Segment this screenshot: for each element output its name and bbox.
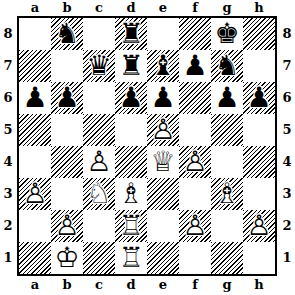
square-c3[interactable]: ♞♘ bbox=[83, 178, 115, 210]
square-g7[interactable]: ♞♞ bbox=[211, 50, 243, 82]
square-f2[interactable]: ♟♙ bbox=[179, 210, 211, 242]
piece-glyph: ♛ bbox=[83, 50, 115, 82]
square-g3[interactable]: ♝♗ bbox=[211, 178, 243, 210]
white-king-b1[interactable]: ♚♔ bbox=[51, 242, 83, 274]
square-g5[interactable] bbox=[211, 114, 243, 146]
black-bishop-e7[interactable]: ♝♝ bbox=[147, 50, 179, 82]
file-labels-bottom: abcdefgh bbox=[19, 277, 275, 295]
square-h8[interactable] bbox=[243, 18, 275, 50]
piece-glyph: ♟ bbox=[243, 82, 275, 114]
square-g4[interactable] bbox=[211, 146, 243, 178]
white-pawn-h2[interactable]: ♟♙ bbox=[243, 210, 275, 242]
square-h2[interactable]: ♟♙ bbox=[243, 210, 275, 242]
square-b6[interactable]: ♟♟ bbox=[51, 82, 83, 114]
white-pawn-b2[interactable]: ♟♙ bbox=[51, 210, 83, 242]
square-c4[interactable]: ♟♙ bbox=[83, 146, 115, 178]
file-label: b bbox=[51, 0, 83, 15]
white-pawn-f4[interactable]: ♟♙ bbox=[179, 146, 211, 178]
square-e3[interactable] bbox=[147, 178, 179, 210]
square-c1[interactable] bbox=[83, 242, 115, 274]
square-d3[interactable]: ♝♗ bbox=[115, 178, 147, 210]
black-pawn-e6[interactable]: ♟♟ bbox=[147, 82, 179, 114]
square-b2[interactable]: ♟♙ bbox=[51, 210, 83, 242]
square-g2[interactable] bbox=[211, 210, 243, 242]
square-d7[interactable]: ♜♜ bbox=[115, 50, 147, 82]
piece-glyph: ♙ bbox=[19, 178, 51, 210]
square-a3[interactable]: ♟♙ bbox=[19, 178, 51, 210]
square-a2[interactable] bbox=[19, 210, 51, 242]
file-label: g bbox=[211, 0, 243, 15]
square-b7[interactable] bbox=[51, 50, 83, 82]
square-a1[interactable] bbox=[19, 242, 51, 274]
white-pawn-e5[interactable]: ♟♙ bbox=[147, 114, 179, 146]
black-queen-c7[interactable]: ♛♛ bbox=[83, 50, 115, 82]
square-c5[interactable] bbox=[83, 114, 115, 146]
rank-label: 6 bbox=[0, 82, 16, 114]
piece-glyph: ♞ bbox=[51, 18, 83, 50]
piece-glyph: ♞ bbox=[211, 50, 243, 82]
piece-glyph: ♟ bbox=[211, 82, 243, 114]
square-h6[interactable]: ♟♟ bbox=[243, 82, 275, 114]
file-label: c bbox=[83, 0, 115, 15]
square-c6[interactable] bbox=[83, 82, 115, 114]
square-a5[interactable] bbox=[19, 114, 51, 146]
file-label: e bbox=[147, 0, 179, 15]
square-b3[interactable] bbox=[51, 178, 83, 210]
rank-label: 5 bbox=[0, 114, 16, 146]
rank-label: 7 bbox=[0, 50, 16, 82]
square-c8[interactable] bbox=[83, 18, 115, 50]
rank-label: 5 bbox=[279, 114, 295, 146]
square-h7[interactable] bbox=[243, 50, 275, 82]
piece-glyph: ♟ bbox=[147, 82, 179, 114]
square-f5[interactable] bbox=[179, 114, 211, 146]
square-c7[interactable]: ♛♛ bbox=[83, 50, 115, 82]
piece-glyph: ♙ bbox=[51, 210, 83, 242]
black-pawn-a6[interactable]: ♟♟ bbox=[19, 82, 51, 114]
square-d8[interactable]: ♜♜ bbox=[115, 18, 147, 50]
black-knight-b8[interactable]: ♞♞ bbox=[51, 18, 83, 50]
square-f3[interactable] bbox=[179, 178, 211, 210]
white-bishop-d3[interactable]: ♝♗ bbox=[115, 178, 147, 210]
white-knight-c3[interactable]: ♞♘ bbox=[83, 178, 115, 210]
square-a7[interactable] bbox=[19, 50, 51, 82]
square-f8[interactable] bbox=[179, 18, 211, 50]
rank-label: 3 bbox=[279, 178, 295, 210]
square-g6[interactable]: ♟♟ bbox=[211, 82, 243, 114]
piece-glyph: ♟ bbox=[19, 82, 51, 114]
piece-glyph: ♜ bbox=[115, 18, 147, 50]
white-pawn-f2[interactable]: ♟♙ bbox=[179, 210, 211, 242]
piece-glyph: ♔ bbox=[51, 242, 83, 274]
square-h1[interactable] bbox=[243, 242, 275, 274]
file-label: h bbox=[243, 0, 275, 15]
piece-glyph: ♗ bbox=[211, 178, 243, 210]
square-a4[interactable] bbox=[19, 146, 51, 178]
piece-glyph: ♙ bbox=[243, 210, 275, 242]
file-label: g bbox=[211, 277, 243, 295]
square-a6[interactable]: ♟♟ bbox=[19, 82, 51, 114]
file-label: a bbox=[19, 277, 51, 295]
file-label: e bbox=[147, 277, 179, 295]
rank-label: 7 bbox=[279, 50, 295, 82]
rank-label: 1 bbox=[279, 242, 295, 274]
piece-glyph: ♖ bbox=[115, 210, 147, 242]
piece-glyph: ♚ bbox=[211, 18, 243, 50]
rank-label: 8 bbox=[279, 18, 295, 50]
square-b5[interactable] bbox=[51, 114, 83, 146]
square-e6[interactable]: ♟♟ bbox=[147, 82, 179, 114]
rank-label: 2 bbox=[0, 210, 16, 242]
piece-glyph: ♟ bbox=[115, 82, 147, 114]
square-h4[interactable] bbox=[243, 146, 275, 178]
file-labels-top: abcdefgh bbox=[19, 0, 275, 15]
square-d5[interactable] bbox=[115, 114, 147, 146]
piece-glyph: ♙ bbox=[83, 146, 115, 178]
square-d6[interactable]: ♟♟ bbox=[115, 82, 147, 114]
black-rook-d8[interactable]: ♜♜ bbox=[115, 18, 147, 50]
white-pawn-c4[interactable]: ♟♙ bbox=[83, 146, 115, 178]
file-label: d bbox=[115, 0, 147, 15]
square-d4[interactable] bbox=[115, 146, 147, 178]
square-b4[interactable] bbox=[51, 146, 83, 178]
file-label: a bbox=[19, 0, 51, 15]
piece-glyph: ♙ bbox=[179, 210, 211, 242]
board: ♞♞♜♜♚♚♛♛♜♜♝♝♟♟♞♞♟♟♟♟♟♟♟♟♟♟♟♟♟♙♟♙♛♕♟♙♟♙♞♘… bbox=[17, 16, 277, 276]
rank-label: 2 bbox=[279, 210, 295, 242]
square-e2[interactable] bbox=[147, 210, 179, 242]
piece-glyph: ♙ bbox=[147, 114, 179, 146]
file-label: c bbox=[83, 277, 115, 295]
white-bishop-g3[interactable]: ♝♗ bbox=[211, 178, 243, 210]
square-e8[interactable] bbox=[147, 18, 179, 50]
white-rook-d1[interactable]: ♜♖ bbox=[115, 242, 147, 274]
square-e4[interactable]: ♛♕ bbox=[147, 146, 179, 178]
piece-glyph: ♗ bbox=[115, 178, 147, 210]
black-rook-d7[interactable]: ♜♜ bbox=[115, 50, 147, 82]
piece-glyph: ♙ bbox=[179, 146, 211, 178]
black-pawn-b6[interactable]: ♟♟ bbox=[51, 82, 83, 114]
white-queen-e4[interactable]: ♛♕ bbox=[147, 146, 179, 178]
rank-labels-left: 87654321 bbox=[0, 18, 16, 274]
square-e1[interactable] bbox=[147, 242, 179, 274]
white-pawn-a3[interactable]: ♟♙ bbox=[19, 178, 51, 210]
black-pawn-f7[interactable]: ♟♟ bbox=[179, 50, 211, 82]
rank-labels-right: 87654321 bbox=[279, 18, 295, 274]
piece-glyph: ♟ bbox=[179, 50, 211, 82]
file-label: f bbox=[179, 277, 211, 295]
black-pawn-h6[interactable]: ♟♟ bbox=[243, 82, 275, 114]
square-f6[interactable] bbox=[179, 82, 211, 114]
piece-glyph: ♕ bbox=[147, 146, 179, 178]
square-d2[interactable]: ♜♖ bbox=[115, 210, 147, 242]
square-d1[interactable]: ♜♖ bbox=[115, 242, 147, 274]
rank-label: 4 bbox=[279, 146, 295, 178]
black-knight-g7[interactable]: ♞♞ bbox=[211, 50, 243, 82]
rank-label: 8 bbox=[0, 18, 16, 50]
rank-label: 3 bbox=[0, 178, 16, 210]
square-g1[interactable] bbox=[211, 242, 243, 274]
square-f7[interactable]: ♟♟ bbox=[179, 50, 211, 82]
square-e5[interactable]: ♟♙ bbox=[147, 114, 179, 146]
white-rook-d2[interactable]: ♜♖ bbox=[115, 210, 147, 242]
piece-glyph: ♜ bbox=[115, 50, 147, 82]
square-e7[interactable]: ♝♝ bbox=[147, 50, 179, 82]
square-b8[interactable]: ♞♞ bbox=[51, 18, 83, 50]
square-a8[interactable] bbox=[19, 18, 51, 50]
square-f1[interactable] bbox=[179, 242, 211, 274]
square-b1[interactable]: ♚♔ bbox=[51, 242, 83, 274]
file-label: d bbox=[115, 277, 147, 295]
black-pawn-d6[interactable]: ♟♟ bbox=[115, 82, 147, 114]
file-label: f bbox=[179, 0, 211, 15]
file-label: h bbox=[243, 277, 275, 295]
rank-label: 4 bbox=[0, 146, 16, 178]
square-h3[interactable] bbox=[243, 178, 275, 210]
piece-glyph: ♖ bbox=[115, 242, 147, 274]
chess-diagram: abcdefgh 87654321 87654321 abcdefgh ♞♞♜♜… bbox=[0, 0, 295, 295]
file-label: b bbox=[51, 277, 83, 295]
square-h5[interactable] bbox=[243, 114, 275, 146]
rank-label: 1 bbox=[0, 242, 16, 274]
black-king-g8[interactable]: ♚♚ bbox=[211, 18, 243, 50]
black-pawn-g6[interactable]: ♟♟ bbox=[211, 82, 243, 114]
rank-label: 6 bbox=[279, 82, 295, 114]
square-c2[interactable] bbox=[83, 210, 115, 242]
square-g8[interactable]: ♚♚ bbox=[211, 18, 243, 50]
square-f4[interactable]: ♟♙ bbox=[179, 146, 211, 178]
piece-glyph: ♟ bbox=[51, 82, 83, 114]
piece-glyph: ♘ bbox=[83, 178, 115, 210]
piece-glyph: ♝ bbox=[147, 50, 179, 82]
